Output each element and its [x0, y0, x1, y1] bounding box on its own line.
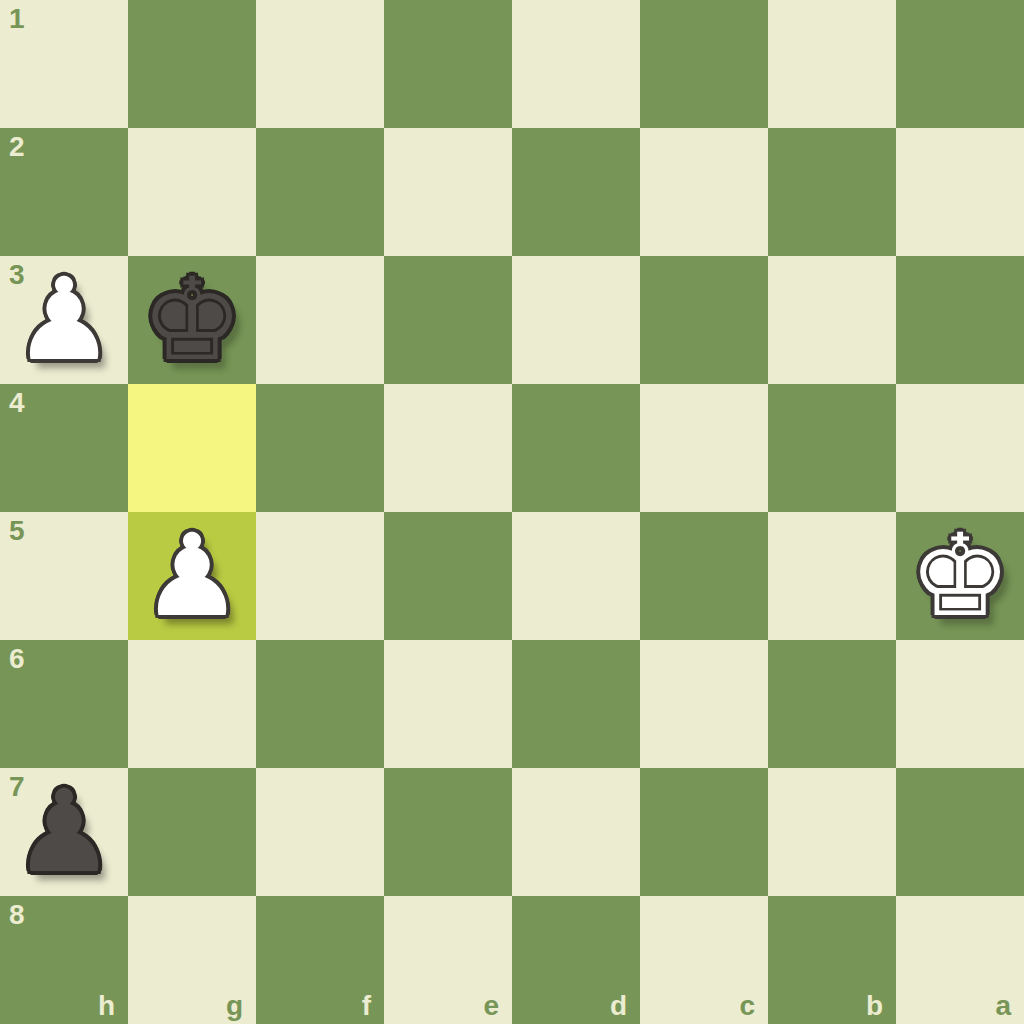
square-e7[interactable] [384, 768, 512, 896]
square-b4[interactable] [768, 384, 896, 512]
file-label-d: d [610, 992, 627, 1020]
square-a5[interactable]: ♚ [896, 512, 1024, 640]
square-c6[interactable] [640, 640, 768, 768]
square-f3[interactable] [256, 256, 384, 384]
square-a4[interactable] [896, 384, 1024, 512]
square-g6[interactable] [128, 640, 256, 768]
white-pawn-g5[interactable]: ♟ [128, 512, 256, 640]
square-b6[interactable] [768, 640, 896, 768]
square-f7[interactable] [256, 768, 384, 896]
square-g1[interactable] [128, 0, 256, 128]
chess-board: 123♟♚45♟♚67♟8hgfedcba [0, 0, 1024, 1024]
square-h8[interactable]: 8h [0, 896, 128, 1024]
square-e4[interactable] [384, 384, 512, 512]
square-b2[interactable] [768, 128, 896, 256]
square-f8[interactable]: f [256, 896, 384, 1024]
square-c7[interactable] [640, 768, 768, 896]
square-h6[interactable]: 6 [0, 640, 128, 768]
square-b3[interactable] [768, 256, 896, 384]
square-g2[interactable] [128, 128, 256, 256]
square-h3[interactable]: 3♟ [0, 256, 128, 384]
square-b8[interactable]: b [768, 896, 896, 1024]
square-d4[interactable] [512, 384, 640, 512]
square-a1[interactable] [896, 0, 1024, 128]
square-c4[interactable] [640, 384, 768, 512]
file-label-e: e [483, 992, 499, 1020]
file-label-g: g [226, 992, 243, 1020]
square-d3[interactable] [512, 256, 640, 384]
square-h1[interactable]: 1 [0, 0, 128, 128]
square-a2[interactable] [896, 128, 1024, 256]
black-pawn-h7[interactable]: ♟ [0, 768, 128, 896]
square-e6[interactable] [384, 640, 512, 768]
square-c2[interactable] [640, 128, 768, 256]
file-label-b: b [866, 992, 883, 1020]
rank-label-6: 6 [9, 645, 25, 673]
square-a3[interactable] [896, 256, 1024, 384]
square-e2[interactable] [384, 128, 512, 256]
square-d5[interactable] [512, 512, 640, 640]
square-d8[interactable]: d [512, 896, 640, 1024]
square-a7[interactable] [896, 768, 1024, 896]
file-label-a: a [995, 992, 1011, 1020]
square-h7[interactable]: 7♟ [0, 768, 128, 896]
black-king-g3[interactable]: ♚ [128, 256, 256, 384]
square-c8[interactable]: c [640, 896, 768, 1024]
square-c5[interactable] [640, 512, 768, 640]
square-g3[interactable]: ♚ [128, 256, 256, 384]
file-label-h: h [98, 992, 115, 1020]
square-f4[interactable] [256, 384, 384, 512]
file-label-f: f [362, 992, 371, 1020]
square-f5[interactable] [256, 512, 384, 640]
square-a6[interactable] [896, 640, 1024, 768]
square-a8[interactable]: a [896, 896, 1024, 1024]
square-d1[interactable] [512, 0, 640, 128]
square-g8[interactable]: g [128, 896, 256, 1024]
square-e5[interactable] [384, 512, 512, 640]
square-b5[interactable] [768, 512, 896, 640]
square-e8[interactable]: e [384, 896, 512, 1024]
square-c3[interactable] [640, 256, 768, 384]
white-pawn-h3[interactable]: ♟ [0, 256, 128, 384]
square-g5[interactable]: ♟ [128, 512, 256, 640]
rank-label-4: 4 [9, 389, 25, 417]
square-b1[interactable] [768, 0, 896, 128]
square-h2[interactable]: 2 [0, 128, 128, 256]
square-h4[interactable]: 4 [0, 384, 128, 512]
square-f2[interactable] [256, 128, 384, 256]
file-label-c: c [739, 992, 755, 1020]
rank-label-2: 2 [9, 133, 25, 161]
square-b7[interactable] [768, 768, 896, 896]
square-f6[interactable] [256, 640, 384, 768]
white-king-a5[interactable]: ♚ [896, 512, 1024, 640]
square-d6[interactable] [512, 640, 640, 768]
square-g4[interactable] [128, 384, 256, 512]
rank-label-8: 8 [9, 901, 25, 929]
square-d2[interactable] [512, 128, 640, 256]
rank-label-1: 1 [9, 5, 25, 33]
square-g7[interactable] [128, 768, 256, 896]
square-h5[interactable]: 5 [0, 512, 128, 640]
square-c1[interactable] [640, 0, 768, 128]
rank-label-5: 5 [9, 517, 25, 545]
square-d7[interactable] [512, 768, 640, 896]
square-e1[interactable] [384, 0, 512, 128]
square-e3[interactable] [384, 256, 512, 384]
square-f1[interactable] [256, 0, 384, 128]
